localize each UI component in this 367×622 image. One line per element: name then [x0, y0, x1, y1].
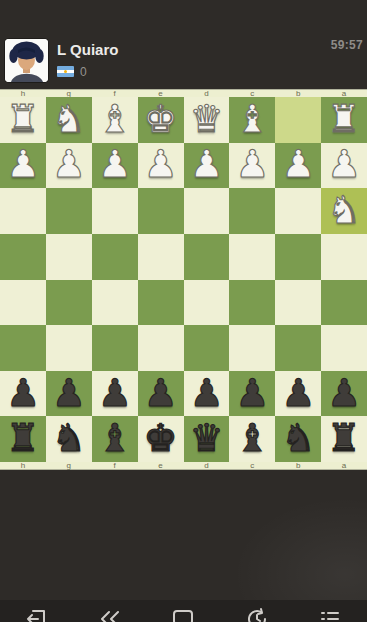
top-coord-strip: hgfedcba: [0, 89, 367, 97]
square-c6[interactable]: [229, 325, 275, 371]
piece-bK-e8[interactable]: ♚: [144, 419, 178, 457]
piece-bN-g8[interactable]: ♞: [52, 419, 86, 457]
square-g7[interactable]: ♟: [46, 371, 92, 417]
square-g4[interactable]: [46, 234, 92, 280]
piece-wB-f1[interactable]: ♝: [98, 100, 132, 138]
square-c5[interactable]: [229, 280, 275, 326]
coord-label-f: f: [92, 462, 138, 469]
coord-label-b: b: [275, 90, 321, 97]
piece-bP-b7[interactable]: ♟: [281, 374, 315, 412]
square-a7[interactable]: ♟: [321, 371, 367, 417]
coord-label-d: d: [184, 462, 230, 469]
exit-icon[interactable]: [25, 607, 49, 622]
chess-app-screen: { "game": "chess", "position": "rnbqkbnr…: [0, 0, 367, 622]
person-blue-hair-avatar: [5, 39, 48, 82]
square-g1[interactable]: ♞: [46, 97, 92, 143]
piece-bR-a8[interactable]: ♜: [327, 419, 361, 457]
square-g2[interactable]: ♟: [46, 143, 92, 189]
piece-wP-h2[interactable]: ♟: [6, 145, 40, 183]
piece-bR-h8[interactable]: ♜: [6, 419, 40, 457]
square-e6[interactable]: [138, 325, 184, 371]
square-b5[interactable]: [275, 280, 321, 326]
square-d6[interactable]: [184, 325, 230, 371]
square-g8[interactable]: ♞: [46, 416, 92, 462]
coord-label-e: e: [138, 462, 184, 469]
square-h3[interactable]: [0, 188, 46, 234]
square-d7[interactable]: ♟: [184, 371, 230, 417]
piece-bQ-d8[interactable]: ♛: [189, 419, 223, 457]
top-player-avatar[interactable]: [5, 39, 48, 82]
chess-board: hgfedcba ♜♞♝♚♛♝♜♟♟♟♟♟♟♟♟♞♟♟♟♟♟♟♟♟♜♞♝♚♛♝♞…: [0, 89, 367, 470]
square-a8[interactable]: ♜: [321, 416, 367, 462]
coord-label-a: a: [321, 462, 367, 469]
square-d1[interactable]: ♛: [184, 97, 230, 143]
square-g5[interactable]: [46, 280, 92, 326]
square-b1[interactable]: [275, 97, 321, 143]
coord-label-h: h: [0, 462, 46, 469]
piece-wB-c1[interactable]: ♝: [235, 100, 269, 138]
piece-bB-f8[interactable]: ♝: [98, 419, 132, 457]
piece-wP-c2[interactable]: ♟: [235, 145, 269, 183]
square-d3[interactable]: [184, 188, 230, 234]
square-b8[interactable]: ♞: [275, 416, 321, 462]
square-b6[interactable]: [275, 325, 321, 371]
square-f5[interactable]: [92, 280, 138, 326]
piece-bN-b8[interactable]: ♞: [281, 419, 315, 457]
square-c8[interactable]: ♝: [229, 416, 275, 462]
piece-bP-h7[interactable]: ♟: [6, 374, 40, 412]
square-h2[interactable]: ♟: [0, 143, 46, 189]
piece-wP-g2[interactable]: ♟: [52, 145, 86, 183]
piece-wN-a3[interactable]: ♞: [327, 191, 361, 229]
takeback-arrows-icon[interactable]: [98, 607, 122, 622]
coord-label-b: b: [275, 462, 321, 469]
piece-bP-c7[interactable]: ♟: [235, 374, 269, 412]
square-b3[interactable]: [275, 188, 321, 234]
clock-rotate-icon[interactable]: [245, 607, 269, 622]
square-f6[interactable]: [92, 325, 138, 371]
square-f3[interactable]: [92, 188, 138, 234]
piece-wQ-d1[interactable]: ♛: [189, 100, 223, 138]
bottom-nav-bar: [0, 600, 367, 622]
square-h5[interactable]: [0, 280, 46, 326]
square-d8[interactable]: ♛: [184, 416, 230, 462]
square-b7[interactable]: ♟: [275, 371, 321, 417]
square-g6[interactable]: [46, 325, 92, 371]
square-d2[interactable]: ♟: [184, 143, 230, 189]
square-h6[interactable]: [0, 325, 46, 371]
square-a3[interactable]: ♞: [321, 188, 367, 234]
piece-wR-h1[interactable]: ♜: [6, 100, 40, 138]
move-list-icon[interactable]: [318, 607, 342, 622]
piece-wP-a2[interactable]: ♟: [327, 145, 361, 183]
piece-wN-g1[interactable]: ♞: [52, 100, 86, 138]
square-e7[interactable]: ♟: [138, 371, 184, 417]
top-player-rating: 0: [80, 65, 87, 79]
square-e5[interactable]: [138, 280, 184, 326]
top-player-clock: 59:57: [331, 38, 363, 52]
piece-wP-d2[interactable]: ♟: [189, 145, 223, 183]
square-e2[interactable]: ♟: [138, 143, 184, 189]
chat-icon[interactable]: [171, 607, 195, 622]
piece-wP-b2[interactable]: ♟: [281, 145, 315, 183]
piece-bP-g7[interactable]: ♟: [52, 374, 86, 412]
square-c1[interactable]: ♝: [229, 97, 275, 143]
square-e8[interactable]: ♚: [138, 416, 184, 462]
board-grid: ♜♞♝♚♛♝♜♟♟♟♟♟♟♟♟♞♟♟♟♟♟♟♟♟♜♞♝♚♛♝♞♜: [0, 97, 367, 462]
square-c7[interactable]: ♟: [229, 371, 275, 417]
piece-bP-d7[interactable]: ♟: [189, 374, 223, 412]
square-c4[interactable]: [229, 234, 275, 280]
piece-bP-e7[interactable]: ♟: [144, 374, 178, 412]
square-f2[interactable]: ♟: [92, 143, 138, 189]
bottom-coord-strip: hgfedcba: [0, 462, 367, 470]
square-a1[interactable]: ♜: [321, 97, 367, 143]
square-d4[interactable]: [184, 234, 230, 280]
coord-label-c: c: [229, 462, 275, 469]
square-a6[interactable]: [321, 325, 367, 371]
piece-wR-a1[interactable]: ♜: [327, 100, 361, 138]
square-e4[interactable]: [138, 234, 184, 280]
square-f1[interactable]: ♝: [92, 97, 138, 143]
square-a5[interactable]: [321, 280, 367, 326]
square-h8[interactable]: ♜: [0, 416, 46, 462]
square-b4[interactable]: [275, 234, 321, 280]
bottom-player-bar[interactable]: Ph67655722 0 59:59 04:59: [0, 470, 367, 600]
square-b2[interactable]: ♟: [275, 143, 321, 189]
piece-bB-c8[interactable]: ♝: [235, 419, 269, 457]
square-c3[interactable]: [229, 188, 275, 234]
coord-label-g: g: [46, 462, 92, 469]
square-d5[interactable]: [184, 280, 230, 326]
piece-wP-e2[interactable]: ♟: [144, 145, 178, 183]
argentina-flag-icon: [57, 66, 74, 77]
square-e3[interactable]: [138, 188, 184, 234]
square-a4[interactable]: [321, 234, 367, 280]
square-h7[interactable]: ♟: [0, 371, 46, 417]
square-e1[interactable]: ♚: [138, 97, 184, 143]
piece-bP-a7[interactable]: ♟: [327, 374, 361, 412]
square-f8[interactable]: ♝: [92, 416, 138, 462]
square-h4[interactable]: [0, 234, 46, 280]
piece-bP-f7[interactable]: ♟: [98, 374, 132, 412]
square-c2[interactable]: ♟: [229, 143, 275, 189]
square-g3[interactable]: [46, 188, 92, 234]
top-player-bar[interactable]: L Quiaro 0 59:57: [0, 0, 367, 89]
top-player-name: L Quiaro: [57, 41, 118, 58]
piece-wP-f2[interactable]: ♟: [98, 145, 132, 183]
square-h1[interactable]: ♜: [0, 97, 46, 143]
square-f4[interactable]: [92, 234, 138, 280]
square-a2[interactable]: ♟: [321, 143, 367, 189]
square-f7[interactable]: ♟: [92, 371, 138, 417]
piece-wK-e1[interactable]: ♚: [144, 100, 178, 138]
